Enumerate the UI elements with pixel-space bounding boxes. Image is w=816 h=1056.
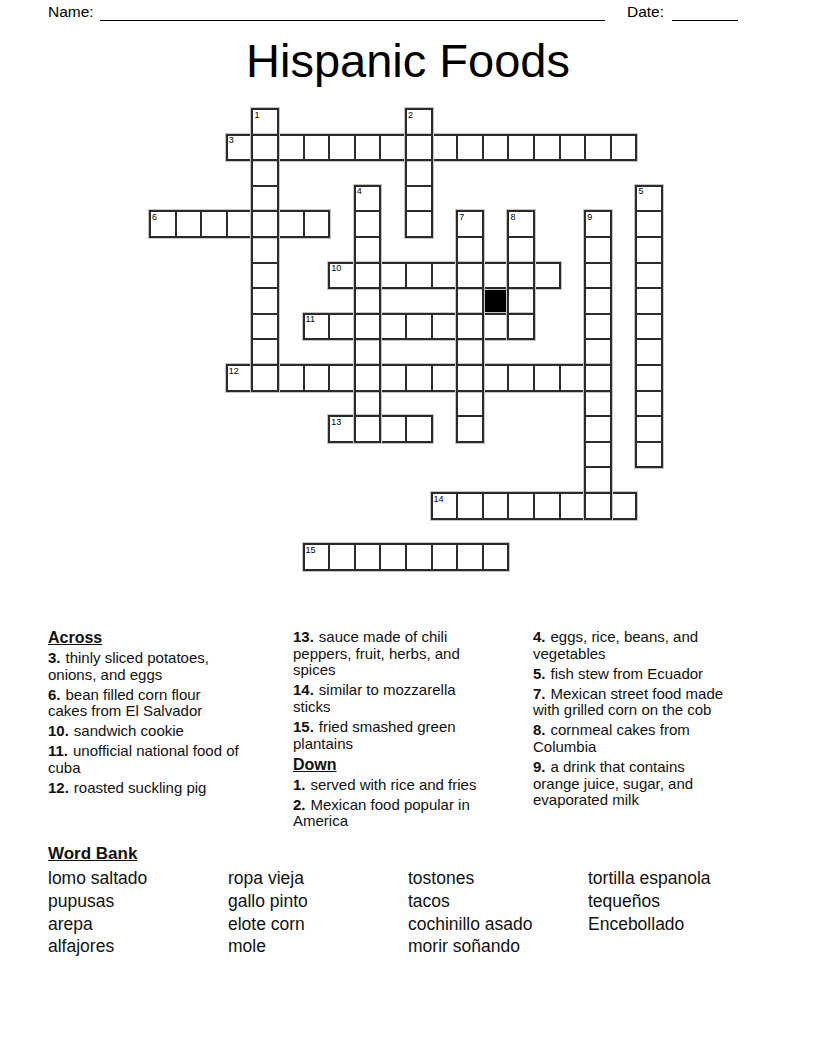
- clue-down-8: 8.cornmeal cakes from Columbia: [533, 722, 785, 755]
- grid-cell[interactable]: [252, 186, 278, 212]
- clue-across-13: 13.sauce made of chili peppers, fruit, h…: [293, 629, 545, 679]
- clues-column-3: 4.eggs, rice, beans, and vegetables5.fis…: [533, 629, 785, 812]
- clue-down-5: 5.fish stew from Ecuador: [533, 666, 785, 683]
- grid-cell[interactable]: [304, 365, 330, 391]
- grid-cell[interactable]: [252, 263, 278, 289]
- clue-text: roasted suckling pig: [74, 779, 207, 796]
- black-cell: [483, 288, 509, 314]
- grid-cell[interactable]: [457, 391, 483, 417]
- grid-cell[interactable]: [432, 263, 458, 289]
- grid-cell[interactable]: [560, 365, 586, 391]
- cell-number-3: 3: [229, 136, 234, 145]
- clue-number: 12.: [48, 779, 69, 796]
- grid-cell[interactable]: [329, 135, 355, 161]
- clue-text: fried smashed green plantains: [293, 718, 456, 752]
- grid-cell[interactable]: [278, 211, 304, 237]
- grid-cell[interactable]: [176, 211, 202, 237]
- grid-cell[interactable]: [252, 365, 278, 391]
- grid-cell[interactable]: [483, 365, 509, 391]
- grid-cell[interactable]: [508, 288, 534, 314]
- grid-cell[interactable]: [355, 365, 381, 391]
- word-bank-item: pupusas: [48, 890, 147, 913]
- clue-down-7: 7.Mexican street food made with grilled …: [533, 686, 785, 719]
- clue-text: sauce made of chili peppers, fruit, herb…: [293, 628, 460, 678]
- grid-cell[interactable]: [483, 544, 509, 570]
- clue-number: 15.: [293, 718, 314, 735]
- grid-cell[interactable]: [585, 416, 611, 442]
- grid-cell[interactable]: [585, 391, 611, 417]
- grid-cell[interactable]: [585, 288, 611, 314]
- grid-cell[interactable]: [380, 135, 406, 161]
- name-blank-line[interactable]: [100, 6, 605, 21]
- grid-cell[interactable]: [611, 135, 637, 161]
- grid-cell[interactable]: [560, 493, 586, 519]
- grid-cell[interactable]: [636, 416, 662, 442]
- grid-cell[interactable]: [636, 314, 662, 340]
- grid-cell[interactable]: [432, 135, 458, 161]
- cell-number-8: 8: [510, 213, 515, 222]
- grid-cell[interactable]: [355, 263, 381, 289]
- word-bank-item: lomo saltado: [48, 867, 147, 890]
- name-label: Name:: [48, 3, 94, 21]
- grid-cell[interactable]: [380, 314, 406, 340]
- grid-cell[interactable]: [457, 237, 483, 263]
- grid-cell[interactable]: [406, 160, 432, 186]
- grid-cell[interactable]: [329, 314, 355, 340]
- grid-cell[interactable]: [355, 339, 381, 365]
- date-label: Date:: [627, 3, 664, 21]
- grid-cell[interactable]: [457, 288, 483, 314]
- word-bank-item: Encebollado: [588, 913, 711, 936]
- grid-cell[interactable]: [508, 314, 534, 340]
- cell-number-15: 15: [306, 546, 316, 555]
- grid-cell[interactable]: [534, 493, 560, 519]
- clue-text: thinly sliced potatoes, onions, and eggs: [48, 649, 209, 683]
- grid-cell[interactable]: [380, 544, 406, 570]
- clue-across-6: 6.bean filled corn flour cakes from El S…: [48, 687, 300, 720]
- grid-cell[interactable]: [432, 365, 458, 391]
- clue-text: fish stew from Ecuador: [551, 665, 704, 682]
- grid-cell[interactable]: [329, 365, 355, 391]
- clue-text: eggs, rice, beans, and vegetables: [533, 628, 698, 662]
- cell-number-12: 12: [229, 367, 239, 376]
- grid-cell[interactable]: [636, 263, 662, 289]
- grid-cell[interactable]: [457, 263, 483, 289]
- page-title: Hispanic Foods: [0, 33, 816, 88]
- grid-cell[interactable]: [355, 211, 381, 237]
- grid-cell[interactable]: [636, 211, 662, 237]
- grid-cell[interactable]: [355, 288, 381, 314]
- grid-cell[interactable]: [252, 135, 278, 161]
- word-bank-item: tequeños: [588, 890, 711, 913]
- clue-number: 5.: [533, 665, 546, 682]
- clue-text: bean filled corn flour cakes from El Sal…: [48, 686, 202, 720]
- clue-number: 2.: [293, 796, 306, 813]
- clue-text: Mexican food popular in America: [293, 796, 470, 830]
- grid-cell[interactable]: [278, 135, 304, 161]
- grid-cell[interactable]: [380, 416, 406, 442]
- word-bank-item: arepa: [48, 913, 147, 936]
- clue-down-2: 2.Mexican food popular in America: [293, 797, 545, 830]
- grid-cell[interactable]: [252, 288, 278, 314]
- clue-number: 14.: [293, 681, 314, 698]
- clue-across-15: 15.fried smashed green plantains: [293, 719, 545, 752]
- grid-cell[interactable]: [457, 544, 483, 570]
- grid-cell[interactable]: [457, 416, 483, 442]
- down-heading: Down: [293, 756, 545, 773]
- grid-cell[interactable]: [355, 314, 381, 340]
- clue-text: sandwich cookie: [74, 722, 184, 739]
- cell-number-6: 6: [152, 213, 157, 222]
- clue-number: 9.: [533, 758, 546, 775]
- grid-cell[interactable]: [406, 416, 432, 442]
- grid-cell[interactable]: [636, 339, 662, 365]
- grid-cell[interactable]: [406, 135, 432, 161]
- grid-cell[interactable]: [355, 237, 381, 263]
- grid-cell[interactable]: [406, 211, 432, 237]
- clue-number: 1.: [293, 776, 306, 793]
- cell-number-1: 1: [254, 111, 259, 120]
- clue-across-3: 3.thinly sliced potatoes, onions, and eg…: [48, 650, 300, 683]
- grid-cell[interactable]: [585, 314, 611, 340]
- clue-down-4: 4.eggs, rice, beans, and vegetables: [533, 629, 785, 662]
- clue-number: 10.: [48, 722, 69, 739]
- grid-cell[interactable]: [636, 288, 662, 314]
- grid-cell[interactable]: [329, 544, 355, 570]
- grid-cell[interactable]: [304, 211, 330, 237]
- cell-number-9: 9: [587, 213, 592, 222]
- grid-cell[interactable]: [457, 314, 483, 340]
- grid-cell[interactable]: [355, 391, 381, 417]
- grid-cell[interactable]: [585, 442, 611, 468]
- clue-down-1: 1.served with rice and fries: [293, 777, 545, 794]
- grid-cell[interactable]: [560, 135, 586, 161]
- word-bank-item: tacos: [408, 890, 533, 913]
- grid-cell[interactable]: [457, 135, 483, 161]
- grid-cell[interactable]: [483, 263, 509, 289]
- grid-cell[interactable]: [585, 263, 611, 289]
- grid-cell[interactable]: [380, 365, 406, 391]
- grid-cell[interactable]: [585, 237, 611, 263]
- grid-cell[interactable]: [483, 493, 509, 519]
- grid-cell[interactable]: [508, 263, 534, 289]
- grid-cell[interactable]: [534, 365, 560, 391]
- grid-cell[interactable]: [252, 160, 278, 186]
- clue-text: Mexican street food made with grilled co…: [533, 685, 723, 719]
- word-bank-item: morir soñando: [408, 935, 533, 958]
- word-bank-item: ropa vieja: [228, 867, 308, 890]
- clue-number: 7.: [533, 685, 546, 702]
- word-bank-item: alfajores: [48, 935, 147, 958]
- grid-cell[interactable]: [636, 391, 662, 417]
- word-bank-column-2: ropa viejagallo pintoelote cornmole: [228, 867, 308, 958]
- date-blank-line[interactable]: [672, 6, 738, 21]
- clue-across-14: 14.similar to mozzarella sticks: [293, 682, 545, 715]
- grid-cell[interactable]: [457, 365, 483, 391]
- word-bank-column-1: lomo saltadopupusasarepaalfajores: [48, 867, 147, 958]
- grid-cell[interactable]: [252, 237, 278, 263]
- grid-cell[interactable]: [636, 237, 662, 263]
- word-bank-item: tostones: [408, 867, 533, 890]
- grid-cell[interactable]: [278, 365, 304, 391]
- clue-number: 8.: [533, 721, 546, 738]
- clue-text: cornmeal cakes from Columbia: [533, 721, 690, 755]
- grid-cell[interactable]: [585, 365, 611, 391]
- clue-number: 4.: [533, 628, 546, 645]
- grid-cell[interactable]: [483, 314, 509, 340]
- grid-cell[interactable]: [432, 314, 458, 340]
- across-heading: Across: [48, 629, 300, 646]
- clue-number: 6.: [48, 686, 61, 703]
- word-bank-column-4: tortilla espanolatequeñosEncebollado: [588, 867, 711, 935]
- grid-cell[interactable]: [304, 135, 330, 161]
- clues-column-2: 13.sauce made of chili peppers, fruit, h…: [293, 629, 545, 833]
- cell-number-10: 10: [331, 264, 341, 273]
- cell-number-11: 11: [306, 315, 315, 324]
- grid-cell[interactable]: [227, 211, 253, 237]
- grid-cell[interactable]: [636, 442, 662, 468]
- grid-cell[interactable]: [534, 135, 560, 161]
- clue-number: 13.: [293, 628, 314, 645]
- clue-text: a drink that contains orange juice, suga…: [533, 758, 693, 808]
- grid-cell[interactable]: [585, 339, 611, 365]
- grid-cell[interactable]: [508, 135, 534, 161]
- clue-text: served with rice and fries: [311, 776, 477, 793]
- word-bank-item: cochinillo asado: [408, 913, 533, 936]
- clue-down-9: 9.a drink that contains orange juice, su…: [533, 759, 785, 809]
- worksheet-page: { "game": "crossword", "title": "Hispani…: [0, 0, 816, 1056]
- grid-cell[interactable]: [534, 263, 560, 289]
- word-bank-column-3: tostonestacoscochinillo asadomorir soñan…: [408, 867, 533, 958]
- word-bank-item: mole: [228, 935, 308, 958]
- cell-number-7: 7: [459, 213, 464, 222]
- grid-cell[interactable]: [585, 135, 611, 161]
- grid-cell[interactable]: [406, 365, 432, 391]
- grid-cell[interactable]: [585, 493, 611, 519]
- clue-text: unofficial national food of cuba: [48, 742, 239, 776]
- word-bank: Word Bank lomo saltadopupusasarepaalfajo…: [48, 845, 788, 863]
- cell-number-13: 13: [331, 418, 341, 427]
- grid-cell[interactable]: [406, 263, 432, 289]
- grid-cell[interactable]: [252, 211, 278, 237]
- grid-cell[interactable]: [483, 135, 509, 161]
- word-bank-item: elote corn: [228, 913, 308, 936]
- cell-number-14: 14: [434, 495, 444, 504]
- cell-number-5: 5: [638, 187, 643, 196]
- grid-cell[interactable]: [457, 493, 483, 519]
- grid-cell[interactable]: [636, 365, 662, 391]
- clues-column-1: Across3.thinly sliced potatoes, onions, …: [48, 629, 300, 800]
- crossword-grid[interactable]: 123456789101112131415: [150, 109, 663, 571]
- grid-cell[interactable]: [611, 493, 637, 519]
- grid-cell[interactable]: [380, 263, 406, 289]
- grid-cell[interactable]: [406, 314, 432, 340]
- clue-number: 3.: [48, 649, 61, 666]
- word-bank-item: tortilla espanola: [588, 867, 711, 890]
- grid-cell[interactable]: [355, 416, 381, 442]
- grid-cell[interactable]: [406, 544, 432, 570]
- cell-number-2: 2: [408, 111, 413, 120]
- grid-cell[interactable]: [406, 186, 432, 212]
- grid-cell[interactable]: [457, 339, 483, 365]
- word-bank-item: gallo pinto: [228, 890, 308, 913]
- grid-cell[interactable]: [252, 339, 278, 365]
- clue-across-12: 12.roasted suckling pig: [48, 780, 300, 797]
- grid-cell[interactable]: [355, 544, 381, 570]
- word-bank-heading: Word Bank: [48, 845, 788, 863]
- clue-number: 11.: [48, 742, 68, 759]
- grid-cell[interactable]: [585, 467, 611, 493]
- cell-number-4: 4: [357, 187, 362, 196]
- clue-across-10: 10.sandwich cookie: [48, 723, 300, 740]
- grid-cell[interactable]: [201, 211, 227, 237]
- grid-cell[interactable]: [432, 544, 458, 570]
- clue-across-11: 11.unofficial national food of cuba: [48, 743, 300, 776]
- grid-cell[interactable]: [252, 314, 278, 340]
- clue-text: similar to mozzarella sticks: [293, 681, 456, 715]
- grid-cell[interactable]: [508, 237, 534, 263]
- grid-cell[interactable]: [355, 135, 381, 161]
- grid-cell[interactable]: [508, 365, 534, 391]
- grid-cell[interactable]: [508, 493, 534, 519]
